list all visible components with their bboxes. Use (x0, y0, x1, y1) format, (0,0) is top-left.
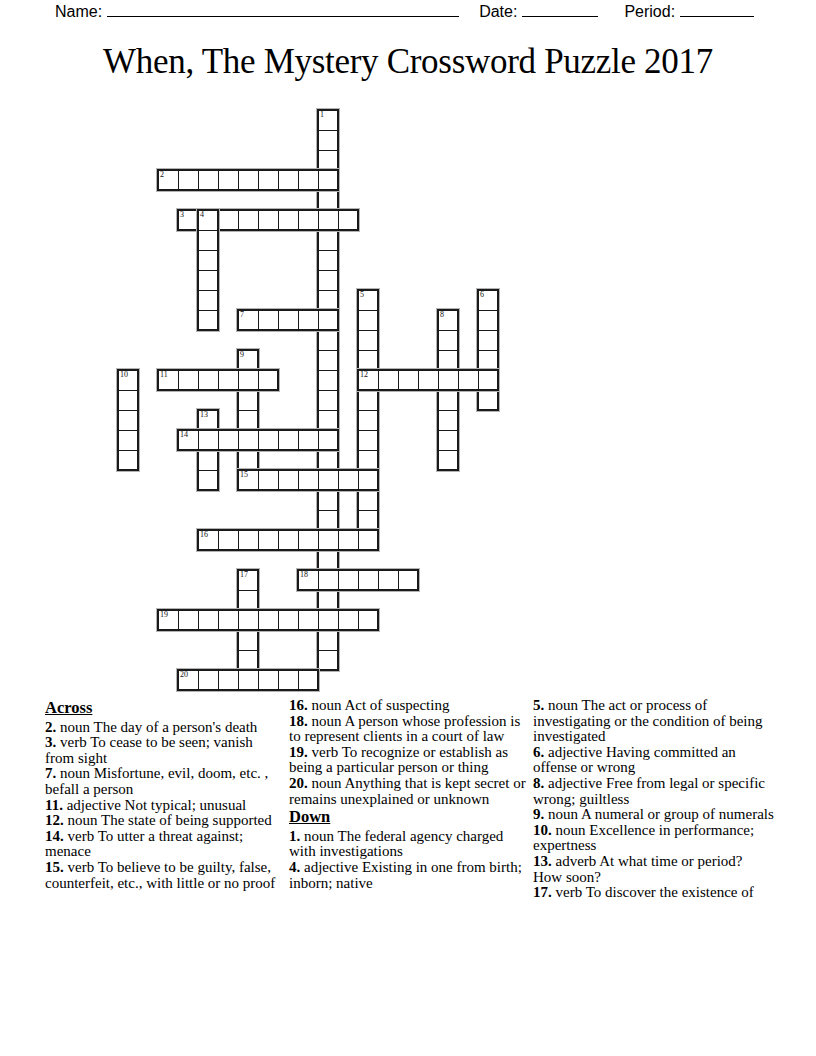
grid-number-1: 1 (320, 111, 324, 119)
clue-4-down: 4. adjective Existing in one from birth;… (289, 860, 533, 891)
answer-run-11-across[interactable] (157, 369, 279, 391)
answer-run-9-down[interactable] (237, 349, 259, 471)
across-heading: Across (45, 700, 285, 716)
grid-number-4: 4 (200, 211, 204, 219)
answer-run-2-across[interactable] (157, 169, 339, 191)
crossword-grid: 1234567891011121314151617181920 (118, 110, 498, 690)
grid-number-6: 6 (480, 291, 484, 299)
grid-number-9: 9 (240, 351, 244, 359)
grid-number-18: 18 (300, 571, 308, 579)
grid-number-5: 5 (360, 291, 364, 299)
answer-run-20-across[interactable] (177, 669, 319, 691)
clue-12-across: 12. noun The state of being supported (45, 813, 285, 829)
answer-run-5-down[interactable] (357, 289, 379, 551)
clue-column-3: 5. noun The act or process of investigat… (533, 698, 775, 901)
clue-9-down: 9. noun A numeral or group of numerals (533, 807, 775, 823)
answer-run-4-down[interactable] (197, 209, 219, 331)
period-label: Period: (624, 3, 675, 20)
answer-run-14-across[interactable] (177, 429, 339, 451)
clue-5-down: 5. noun The act or process of investigat… (533, 698, 775, 745)
clue-7-across: 7. noun Misfortune, evil, doom, etc. , b… (45, 766, 285, 797)
grid-number-12: 12 (360, 371, 368, 379)
clue-17-down: 17. verb To discover the existence of (533, 885, 775, 901)
answer-run-6-down[interactable] (477, 289, 499, 411)
grid-number-3: 3 (180, 211, 184, 219)
puzzle-title: When, The Mystery Crossword Puzzle 2017 (0, 42, 816, 82)
name-blank-line[interactable] (107, 2, 459, 17)
grid-number-15: 15 (240, 471, 248, 479)
clue-column-2: 16. noun Act of suspecting18. noun A per… (289, 698, 533, 891)
grid-number-16: 16 (200, 531, 208, 539)
clue-14-across: 14. verb To utter a threat against; mena… (45, 829, 285, 860)
grid-number-7: 7 (240, 311, 244, 319)
clue-10-down: 10. noun Excellence in performance; expe… (533, 823, 775, 854)
answer-run-12-across[interactable] (357, 369, 499, 391)
worksheet-header: Name:Date:Period: (55, 2, 754, 21)
grid-number-14: 14 (180, 431, 188, 439)
clue-column-1: Across2. noun The day of a person's deat… (45, 698, 285, 891)
clue-16-across: 16. noun Act of suspecting (289, 698, 533, 714)
answer-run-10-down[interactable] (117, 369, 139, 471)
grid-number-10: 10 (120, 371, 128, 379)
answer-run-19-across[interactable] (157, 609, 379, 631)
clue-13-down: 13. adverb At what time or period? How s… (533, 854, 775, 885)
date-blank-line[interactable] (522, 2, 598, 17)
grid-number-17: 17 (240, 571, 248, 579)
clue-1-down: 1. noun The federal agency charged with … (289, 829, 533, 860)
clue-18-across: 18. noun A person whose profession is to… (289, 714, 533, 745)
clue-3-across: 3. verb To cease to be seen; vanish from… (45, 735, 285, 766)
date-label: Date: (479, 3, 517, 20)
clue-20-across: 20. noun Anything that is kept secret or… (289, 776, 533, 807)
answer-run-18-across[interactable] (297, 569, 419, 591)
clue-6-down: 6. adjective Having committed an offense… (533, 745, 775, 776)
grid-number-8: 8 (440, 311, 444, 319)
answer-run-15-across[interactable] (237, 469, 379, 491)
clue-15-across: 15. verb To believe to be guilty, false,… (45, 860, 285, 891)
grid-number-20: 20 (180, 671, 188, 679)
answer-run-16-across[interactable] (197, 529, 379, 551)
clue-2-across: 2. noun The day of a person's death (45, 720, 285, 736)
name-label: Name: (55, 3, 102, 20)
answer-run-7-across[interactable] (237, 309, 339, 331)
grid-number-13: 13 (200, 411, 208, 419)
period-blank-line[interactable] (680, 2, 754, 17)
grid-number-2: 2 (160, 171, 164, 179)
grid-number-11: 11 (160, 371, 168, 379)
clue-11-across: 11. adjective Not typical; unusual (45, 798, 285, 814)
grid-number-19: 19 (160, 611, 168, 619)
clue-8-down: 8. adjective Free from legal or specific… (533, 776, 775, 807)
clue-19-across: 19. verb To recognize or establish as be… (289, 745, 533, 776)
down-heading: Down (289, 809, 533, 825)
